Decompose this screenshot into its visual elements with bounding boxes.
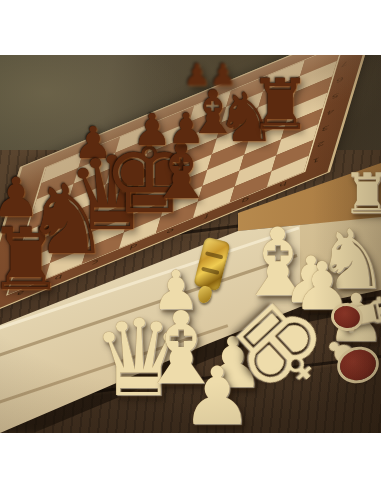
- rank-label-7: 7: [340, 59, 350, 69]
- product-photo-frame: abcdefgh 12345678 ♟♜♞♟♛♚♟♝♟♝♟♟♞♜♜♞♝♟♟♟♜♟…: [0, 0, 381, 492]
- chess-piece-dark-rook: ♜: [249, 70, 312, 140]
- chess-piece-dark-pawn: ♟: [184, 60, 211, 90]
- rank-label-6: 6: [335, 75, 345, 85]
- chess-set-photo: abcdefgh 12345678 ♟♜♞♟♛♚♟♝♟♝♟♟♞♜♜♞♝♟♟♟♜♟…: [0, 55, 381, 433]
- rank-label-2: 2: [316, 139, 326, 149]
- rank-label-4: 4: [325, 107, 335, 117]
- rank-label-3: 3: [321, 123, 331, 133]
- rank-label-5: 5: [330, 91, 340, 101]
